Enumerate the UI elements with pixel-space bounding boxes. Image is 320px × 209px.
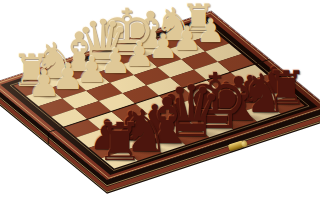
chess-set-product-photo: ♜♞♟♝♟♚♟♛♟♝♟♞♟♜♟♟♟♟♜♟♞♟♝♟♚♟♛♟♝♟♞♜ (0, 0, 320, 209)
chess-board (0, 11, 320, 180)
brass-clasp (228, 140, 244, 151)
clasp-knob (241, 140, 249, 148)
